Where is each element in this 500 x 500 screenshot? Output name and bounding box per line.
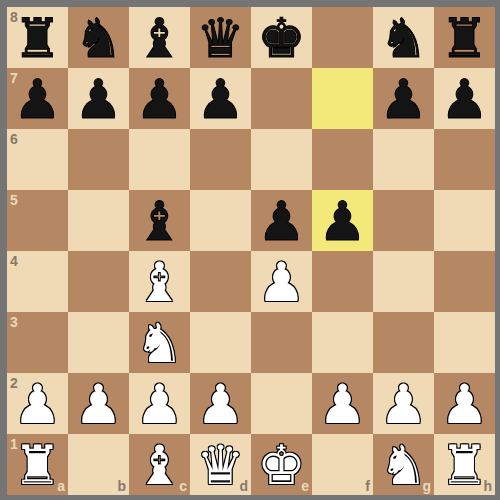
square-a7[interactable]: 7♟ <box>7 68 68 129</box>
white-pawn-icon[interactable]: ♟ <box>379 374 427 435</box>
rank-label-3: 3 <box>10 315 18 329</box>
square-d3[interactable] <box>190 312 251 373</box>
square-c2[interactable]: ♟ <box>129 373 190 434</box>
file-label-b: b <box>117 479 126 493</box>
square-g2[interactable]: ♟ <box>373 373 434 434</box>
black-knight-icon[interactable]: ♞ <box>379 8 427 69</box>
white-pawn-icon[interactable]: ♟ <box>440 374 488 435</box>
black-pawn-icon[interactable]: ♟ <box>440 69 488 130</box>
square-c6[interactable] <box>129 129 190 190</box>
square-e4[interactable]: ♟ <box>251 251 312 312</box>
square-d7[interactable]: ♟ <box>190 68 251 129</box>
square-d6[interactable] <box>190 129 251 190</box>
white-pawn-icon[interactable]: ♟ <box>257 252 305 313</box>
square-g6[interactable] <box>373 129 434 190</box>
white-bishop-icon[interactable]: ♝ <box>135 252 183 313</box>
square-d5[interactable] <box>190 190 251 251</box>
square-d1[interactable]: d♛ <box>190 434 251 495</box>
white-rook-icon[interactable]: ♜ <box>13 435 61 496</box>
square-c7[interactable]: ♟ <box>129 68 190 129</box>
white-pawn-icon[interactable]: ♟ <box>74 374 122 435</box>
black-pawn-icon[interactable]: ♟ <box>196 69 244 130</box>
square-f3[interactable] <box>312 312 373 373</box>
square-h2[interactable]: ♟ <box>434 373 495 434</box>
black-pawn-icon[interactable]: ♟ <box>318 191 366 252</box>
square-f1[interactable]: f <box>312 434 373 495</box>
black-pawn-icon[interactable]: ♟ <box>13 69 61 130</box>
black-pawn-icon[interactable]: ♟ <box>257 191 305 252</box>
square-h1[interactable]: h♜ <box>434 434 495 495</box>
square-h3[interactable] <box>434 312 495 373</box>
square-g3[interactable] <box>373 312 434 373</box>
square-b6[interactable] <box>68 129 129 190</box>
square-a5[interactable]: 5 <box>7 190 68 251</box>
white-king-icon[interactable]: ♚ <box>257 435 305 496</box>
square-c8[interactable]: ♝ <box>129 7 190 68</box>
white-knight-icon[interactable]: ♞ <box>135 313 183 374</box>
black-rook-icon[interactable]: ♜ <box>440 8 488 69</box>
white-pawn-icon[interactable]: ♟ <box>196 374 244 435</box>
square-f5[interactable]: ♟ <box>312 190 373 251</box>
white-pawn-icon[interactable]: ♟ <box>135 374 183 435</box>
white-queen-icon[interactable]: ♛ <box>196 435 244 496</box>
white-knight-icon[interactable]: ♞ <box>379 435 427 496</box>
square-f6[interactable] <box>312 129 373 190</box>
square-e1[interactable]: e♚ <box>251 434 312 495</box>
square-a3[interactable]: 3 <box>7 312 68 373</box>
square-g1[interactable]: g♞ <box>373 434 434 495</box>
black-queen-icon[interactable]: ♛ <box>196 8 244 69</box>
square-f2[interactable]: ♟ <box>312 373 373 434</box>
board-frame: 8♜♞♝♛♚♞♜7♟♟♟♟♟♟65♝♟♟4♝♟3♞2♟♟♟♟♟♟♟1a♜bc♝d… <box>0 0 500 500</box>
rank-label-4: 4 <box>10 254 18 268</box>
square-b3[interactable] <box>68 312 129 373</box>
black-bishop-icon[interactable]: ♝ <box>135 191 183 252</box>
square-b4[interactable] <box>68 251 129 312</box>
square-h6[interactable] <box>434 129 495 190</box>
square-e2[interactable] <box>251 373 312 434</box>
square-d8[interactable]: ♛ <box>190 7 251 68</box>
square-c1[interactable]: c♝ <box>129 434 190 495</box>
white-pawn-icon[interactable]: ♟ <box>13 374 61 435</box>
square-a6[interactable]: 6 <box>7 129 68 190</box>
square-e8[interactable]: ♚ <box>251 7 312 68</box>
square-f4[interactable] <box>312 251 373 312</box>
square-d2[interactable]: ♟ <box>190 373 251 434</box>
black-pawn-icon[interactable]: ♟ <box>74 69 122 130</box>
black-knight-icon[interactable]: ♞ <box>74 8 122 69</box>
rank-label-5: 5 <box>10 193 18 207</box>
white-pawn-icon[interactable]: ♟ <box>318 374 366 435</box>
square-h5[interactable] <box>434 190 495 251</box>
black-rook-icon[interactable]: ♜ <box>13 8 61 69</box>
square-c4[interactable]: ♝ <box>129 251 190 312</box>
black-pawn-icon[interactable]: ♟ <box>135 69 183 130</box>
square-h4[interactable] <box>434 251 495 312</box>
square-e3[interactable] <box>251 312 312 373</box>
black-king-icon[interactable]: ♚ <box>257 8 305 69</box>
rank-label-6: 6 <box>10 132 18 146</box>
square-d4[interactable] <box>190 251 251 312</box>
square-c3[interactable]: ♞ <box>129 312 190 373</box>
square-a2[interactable]: 2♟ <box>7 373 68 434</box>
square-a8[interactable]: 8♜ <box>7 7 68 68</box>
square-b8[interactable]: ♞ <box>68 7 129 68</box>
square-b1[interactable]: b <box>68 434 129 495</box>
square-c5[interactable]: ♝ <box>129 190 190 251</box>
square-a1[interactable]: 1a♜ <box>7 434 68 495</box>
square-e5[interactable]: ♟ <box>251 190 312 251</box>
square-b5[interactable] <box>68 190 129 251</box>
white-rook-icon[interactable]: ♜ <box>440 435 488 496</box>
white-bishop-icon[interactable]: ♝ <box>135 435 183 496</box>
square-f7[interactable] <box>312 68 373 129</box>
square-g4[interactable] <box>373 251 434 312</box>
chess-board: 8♜♞♝♛♚♞♜7♟♟♟♟♟♟65♝♟♟4♝♟3♞2♟♟♟♟♟♟♟1a♜bc♝d… <box>7 7 495 495</box>
square-a4[interactable]: 4 <box>7 251 68 312</box>
square-h7[interactable]: ♟ <box>434 68 495 129</box>
square-g8[interactable]: ♞ <box>373 7 434 68</box>
file-label-f: f <box>365 479 370 493</box>
black-bishop-icon[interactable]: ♝ <box>135 8 183 69</box>
black-pawn-icon[interactable]: ♟ <box>379 69 427 130</box>
square-h8[interactable]: ♜ <box>434 7 495 68</box>
square-b7[interactable]: ♟ <box>68 68 129 129</box>
square-g7[interactable]: ♟ <box>373 68 434 129</box>
square-e7[interactable] <box>251 68 312 129</box>
square-e6[interactable] <box>251 129 312 190</box>
square-f8[interactable] <box>312 7 373 68</box>
square-g5[interactable] <box>373 190 434 251</box>
square-b2[interactable]: ♟ <box>68 373 129 434</box>
